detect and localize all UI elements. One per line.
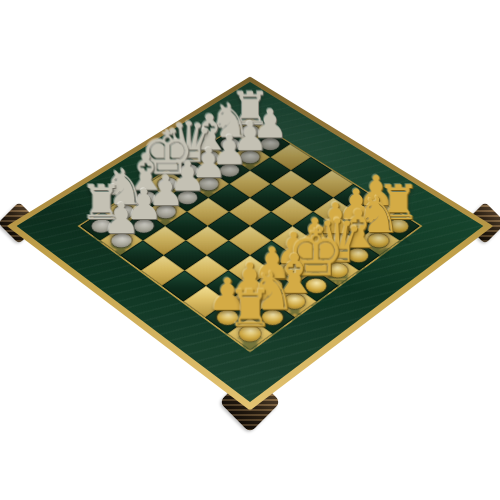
board-surface-green: ♜♜♟♟♟♟♜♜♞♞♟♟♟♟♞♞♝♝♟♟♟♟♝♝♛♛♟♟♟♟♛♛♚♚♟♟♟♟♚♚…: [17, 82, 484, 402]
piece-reflection: ♟: [92, 241, 150, 259]
chess-board: ♜♜♟♟♟♟♜♜♞♞♟♟♟♟♞♞♝♝♟♟♟♟♝♝♛♛♟♟♟♟♛♛♚♚♟♟♟♟♚♚…: [7, 76, 493, 410]
piece-white-rook[interactable]: ♜: [213, 282, 288, 333]
playing-field: ♜♜♟♟♟♟♜♜♞♞♟♟♟♟♞♞♝♝♟♟♟♟♝♝♛♛♟♟♟♟♛♛♚♚♟♟♟♟♚♚…: [77, 117, 422, 353]
piece-reflection: ♜: [220, 334, 281, 357]
piece-black-pawn[interactable]: ♟: [86, 198, 157, 240]
chess-set-product-photo: ♜♜♟♟♟♟♜♜♞♞♟♟♟♟♞♞♝♝♟♟♟♟♝♝♛♛♟♟♟♟♛♛♚♚♟♟♟♟♚♚…: [0, 0, 500, 500]
square-h1[interactable]: ♜♜: [227, 317, 272, 350]
square-h7[interactable]: ♟♟: [100, 226, 143, 255]
